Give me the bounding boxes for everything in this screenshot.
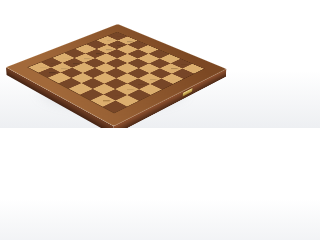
piece-black-pawn[interactable]: ♟ (41, 56, 57, 74)
product-photo-stage: ♜♞♝♛♚♝♞♜♟♟♟♟♟♟♟♟♟♟♟♟♟♟♟♟♜♞♝♛♚♝♞♜ (0, 0, 228, 128)
piece-white-rook[interactable]: ♜ (104, 84, 126, 108)
